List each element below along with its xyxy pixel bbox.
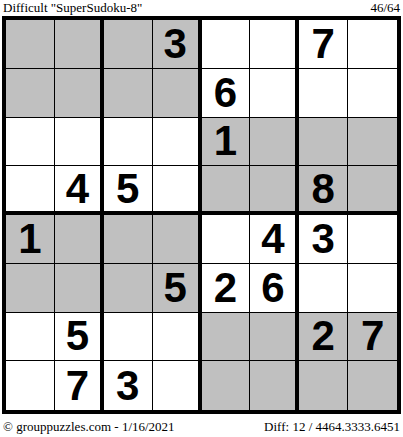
cell-r2c4[interactable] (153, 69, 202, 118)
empty-cell-counter: 46/64 (370, 0, 400, 15)
cell-r4c1[interactable] (6, 166, 55, 215)
cell-r1c8[interactable] (348, 20, 397, 69)
cell-r5c8[interactable] (348, 215, 397, 264)
cell-r6c6: 6 (250, 264, 299, 313)
puzzle-page: Difficult "SuperSudoku-8" 46/64 37614581… (0, 0, 403, 437)
cell-r8c7[interactable] (299, 361, 348, 410)
cell-r6c8[interactable] (348, 264, 397, 313)
cell-r3c4[interactable] (153, 118, 202, 167)
cell-r5c2[interactable] (55, 215, 104, 264)
cell-r3c2[interactable] (55, 118, 104, 167)
cell-r1c6[interactable] (250, 20, 299, 69)
cell-r1c4: 3 (153, 20, 202, 69)
cell-r1c7: 7 (299, 20, 348, 69)
cell-r5c5[interactable] (202, 215, 251, 264)
copyright-text: © grouppuzzles.com - 1/16/2021 (3, 419, 175, 434)
cell-r6c1[interactable] (6, 264, 55, 313)
cell-r8c4[interactable] (153, 361, 202, 410)
cell-r2c2[interactable] (55, 69, 104, 118)
cell-r6c2[interactable] (55, 264, 104, 313)
cell-r7c6[interactable] (250, 313, 299, 362)
cell-r4c7: 8 (299, 166, 348, 215)
cell-r1c5[interactable] (202, 20, 251, 69)
cell-r7c7: 2 (299, 313, 348, 362)
cell-r1c2[interactable] (55, 20, 104, 69)
cell-r8c5[interactable] (202, 361, 251, 410)
cell-r1c3[interactable] (104, 20, 153, 69)
footer: © grouppuzzles.com - 1/16/2021 Diff: 12 … (3, 419, 400, 434)
cell-r6c4: 5 (153, 264, 202, 313)
cell-r7c8: 7 (348, 313, 397, 362)
cell-r3c3[interactable] (104, 118, 153, 167)
cell-r7c2: 5 (55, 313, 104, 362)
cell-r8c2: 7 (55, 361, 104, 410)
cell-r4c5[interactable] (202, 166, 251, 215)
cell-r6c7[interactable] (299, 264, 348, 313)
cell-r5c7: 3 (299, 215, 348, 264)
cell-r3c6[interactable] (250, 118, 299, 167)
cell-r7c4[interactable] (153, 313, 202, 362)
puzzle-title: Difficult "SuperSudoku-8" (3, 0, 142, 15)
cell-r6c3[interactable] (104, 264, 153, 313)
cell-r3c7[interactable] (299, 118, 348, 167)
cell-r6c5: 2 (202, 264, 251, 313)
cell-r5c4[interactable] (153, 215, 202, 264)
cell-r4c4[interactable] (153, 166, 202, 215)
cell-r8c8[interactable] (348, 361, 397, 410)
cell-r4c3: 5 (104, 166, 153, 215)
cell-r4c6[interactable] (250, 166, 299, 215)
cell-r7c1[interactable] (6, 313, 55, 362)
cell-r2c5: 6 (202, 69, 251, 118)
header: Difficult "SuperSudoku-8" 46/64 (3, 0, 400, 15)
cell-r1c1[interactable] (6, 20, 55, 69)
cell-r4c8[interactable] (348, 166, 397, 215)
cell-r2c8[interactable] (348, 69, 397, 118)
cell-r3c5: 1 (202, 118, 251, 167)
cell-r5c6: 4 (250, 215, 299, 264)
cell-r7c3[interactable] (104, 313, 153, 362)
cell-r3c8[interactable] (348, 118, 397, 167)
cell-r3c1[interactable] (6, 118, 55, 167)
cell-r2c6[interactable] (250, 69, 299, 118)
cell-r2c1[interactable] (6, 69, 55, 118)
cell-r4c2: 4 (55, 166, 104, 215)
cell-r8c3: 3 (104, 361, 153, 410)
cell-r2c3[interactable] (104, 69, 153, 118)
cell-r8c6[interactable] (250, 361, 299, 410)
sudoku-grid: 376145814352652773 (2, 16, 401, 414)
cell-r5c3[interactable] (104, 215, 153, 264)
cell-r2c7[interactable] (299, 69, 348, 118)
cell-r5c1: 1 (6, 215, 55, 264)
difficulty-text: Diff: 12 / 4464.3333.6451 (264, 419, 400, 434)
cell-r7c5[interactable] (202, 313, 251, 362)
cell-r8c1[interactable] (6, 361, 55, 410)
